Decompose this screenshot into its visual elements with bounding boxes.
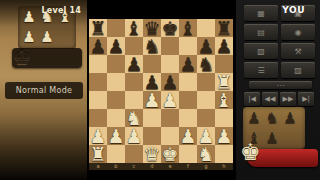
chess-app-screen: ♟♞♝♟♟ ♚ Level 14 Normal Mode ♜♝♛♚♝♜♟♟♞♟♟… [0,0,320,180]
square-f4[interactable] [179,91,197,109]
square-f3[interactable] [179,109,197,127]
white-knight-g1[interactable]: ♞ [197,145,215,164]
square-c1[interactable] [125,145,143,163]
square-b7[interactable]: ♟ [107,37,125,55]
nav-button-jump-to-end-icon[interactable]: ▶| [298,92,314,106]
black-pawn-b7[interactable]: ♟ [107,37,125,56]
chess-board[interactable]: ♜♝♛♚♝♜♟♟♞♟♟♟♟♞♟♟♜♟♟♝♞♟♟♟♟♟♟♜♛♚♞ [89,19,233,163]
square-g2[interactable]: ♟ [197,127,215,145]
tool-button-circle-icon[interactable]: ◉ [281,24,315,40]
black-pawn-f6[interactable]: ♟ [179,55,197,74]
black-pawn-d5[interactable]: ♟ [143,73,161,92]
white-pawn-g2[interactable]: ♟ [197,127,215,146]
square-e5[interactable]: ♟ [161,73,179,91]
square-g3[interactable] [197,109,215,127]
square-a2[interactable]: ♟ [89,127,107,145]
nav-button-step-back-icon[interactable]: ◀◀ [262,92,278,106]
nav-button-jump-to-start-icon[interactable]: |◀ [244,92,260,106]
white-pawn-a2[interactable]: ♟ [89,127,107,146]
you-label: YOU [282,5,305,15]
white-pawn-e4[interactable]: ♟ [161,91,179,110]
square-f8[interactable]: ♝ [179,19,197,37]
square-b8[interactable] [107,19,125,37]
square-d4[interactable]: ♟ [143,91,161,109]
tool-button-tools-icon[interactable]: ⚒ [281,43,315,59]
square-f2[interactable]: ♟ [179,127,197,145]
captured-white-piece-pawn: ♟ [20,27,38,47]
white-rook-a1[interactable]: ♜ [89,145,107,164]
captured-white-piece-pawn: ♟ [38,27,56,47]
captured-black-piece-pawn: ♟ [281,108,299,128]
square-d1[interactable]: ♛ [143,145,161,163]
black-bishop-c8[interactable]: ♝ [125,19,143,38]
white-pawn-f2[interactable]: ♟ [179,127,197,146]
wide-button[interactable]: ⋯ [249,81,312,89]
black-king-e8[interactable]: ♚ [161,19,179,38]
square-a1[interactable]: ♜ [89,145,107,163]
square-g5[interactable] [197,73,215,91]
file-letter-g: g [200,164,212,169]
square-c8[interactable]: ♝ [125,19,143,37]
captured-black-piece-knight: ♞ [263,108,281,128]
black-queen-d8[interactable]: ♛ [143,19,161,38]
square-b3[interactable] [107,109,125,127]
square-f6[interactable]: ♟ [179,55,197,73]
square-h5[interactable]: ♜ [215,73,233,91]
square-h3[interactable] [215,109,233,127]
square-d8[interactable]: ♛ [143,19,161,37]
square-b5[interactable] [107,73,125,91]
square-b1[interactable] [107,145,125,163]
white-bishop-h4[interactable]: ♝ [215,91,233,110]
square-a4[interactable] [89,91,107,109]
file-letter-f: f [182,164,194,169]
square-f5[interactable] [179,73,197,91]
captured-black-piece-pawn: ♟ [263,128,281,148]
square-g4[interactable] [197,91,215,109]
square-e8[interactable]: ♚ [161,19,179,37]
captured-white-piece-pawn: ♟ [20,7,38,27]
file-letter-d: d [146,164,158,169]
white-pawn-h2[interactable]: ♟ [215,127,233,146]
black-king-icon: ♚ [13,46,31,68]
square-h8[interactable]: ♜ [215,19,233,37]
square-g6[interactable]: ♞ [197,55,215,73]
square-e2[interactable] [161,127,179,145]
square-d3[interactable] [143,109,161,127]
square-a6[interactable] [89,55,107,73]
square-a7[interactable]: ♟ [89,37,107,55]
square-h6[interactable] [215,55,233,73]
square-c7[interactable] [125,37,143,55]
black-knight-d7[interactable]: ♞ [143,37,161,56]
file-letter-e: e [164,164,176,169]
black-rook-a8[interactable]: ♜ [89,19,107,38]
black-bishop-f8[interactable]: ♝ [179,19,197,38]
square-e6[interactable] [161,55,179,73]
black-pawn-h7[interactable]: ♟ [215,37,233,56]
square-b6[interactable] [107,55,125,73]
mode-bar: Normal Mode [5,82,83,99]
captured-black-piece-pawn: ♟ [245,108,263,128]
black-rook-h8[interactable]: ♜ [215,19,233,38]
black-pawn-c6[interactable]: ♟ [125,55,143,74]
square-c4[interactable] [125,91,143,109]
square-c6[interactable]: ♟ [125,55,143,73]
left-player-panel: ♟♞♝♟♟ ♚ Level 14 Normal Mode [0,0,87,180]
mode-label: Normal Mode [16,86,73,95]
white-pawn-d4[interactable]: ♟ [143,91,161,110]
file-letter-c: c [128,164,140,169]
square-d7[interactable]: ♞ [143,37,161,55]
nav-button-step-forward-icon[interactable]: ▶▶ [280,92,296,106]
square-e7[interactable] [161,37,179,55]
square-a8[interactable]: ♜ [89,19,107,37]
tool-button-panel-icon[interactable]: ▧ [244,43,278,59]
tool-button-document-icon[interactable]: ▤ [244,24,278,40]
square-e1[interactable]: ♚ [161,145,179,163]
square-h1[interactable] [215,145,233,163]
white-pawn-b2[interactable]: ♟ [107,127,125,146]
square-h2[interactable]: ♟ [215,127,233,145]
white-king-e1[interactable]: ♚ [161,145,179,164]
black-pawn-g7[interactable]: ♟ [197,37,215,56]
square-c3[interactable]: ♞ [125,109,143,127]
square-d6[interactable] [143,55,161,73]
square-g7[interactable]: ♟ [197,37,215,55]
square-b4[interactable] [107,91,125,109]
square-e3[interactable] [161,109,179,127]
square-h7[interactable]: ♟ [215,37,233,55]
file-coordinates: abcdefgh [89,163,233,170]
square-e4[interactable]: ♟ [161,91,179,109]
square-c5[interactable] [125,73,143,91]
tool-button-hatch-icon[interactable]: ▨ [281,62,315,78]
white-queen-d1[interactable]: ♛ [143,145,161,164]
square-g8[interactable] [197,19,215,37]
white-rook-h5[interactable]: ♜ [215,73,233,92]
square-a3[interactable] [89,109,107,127]
square-h4[interactable]: ♝ [215,91,233,109]
file-letter-h: h [218,164,230,169]
cpu-level-label: Level 14 [42,6,81,15]
square-g1[interactable]: ♞ [197,145,215,163]
square-d5[interactable]: ♟ [143,73,161,91]
tool-button-board-grid-icon[interactable]: ▦ [244,5,278,21]
square-f1[interactable] [179,145,197,163]
white-king-icon: ♚ [240,140,261,164]
file-letter-a: a [92,164,104,169]
square-c2[interactable]: ♟ [125,127,143,145]
file-letter-b: b [110,164,122,169]
black-pawn-e5[interactable]: ♟ [161,73,179,92]
white-pawn-c2[interactable]: ♟ [125,127,143,146]
square-a5[interactable] [89,73,107,91]
black-knight-g6[interactable]: ♞ [197,55,215,74]
tool-button-list-icon[interactable]: ☰ [244,62,278,78]
square-b2[interactable]: ♟ [107,127,125,145]
square-d2[interactable] [143,127,161,145]
white-knight-c3[interactable]: ♞ [125,109,143,128]
square-f7[interactable] [179,37,197,55]
black-pawn-a7[interactable]: ♟ [89,37,107,56]
